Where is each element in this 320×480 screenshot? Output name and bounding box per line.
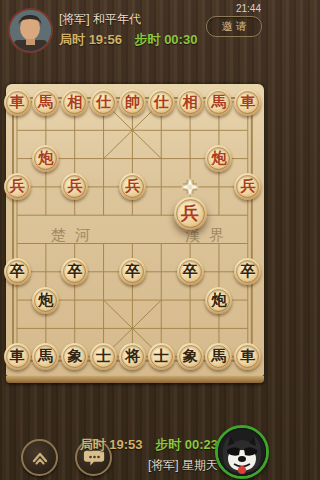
bottom-move-time-label: 步时 bbox=[155, 437, 181, 452]
piece-red-相[interactable]: 相 bbox=[61, 89, 88, 116]
last-move-marker bbox=[181, 178, 199, 196]
expand-button[interactable] bbox=[21, 439, 58, 476]
piece-character: 馬 bbox=[205, 89, 232, 116]
top-game-time: 19:56 bbox=[89, 32, 122, 47]
piece-character: 仕 bbox=[90, 89, 117, 116]
bottom-game-time-label: 局时 bbox=[80, 437, 106, 452]
piece-black-車[interactable]: 車 bbox=[4, 343, 31, 370]
piece-character: 車 bbox=[234, 89, 261, 116]
piece-character: 卒 bbox=[177, 258, 204, 285]
top-move-time: 00:30 bbox=[164, 32, 197, 47]
piece-character: 兵 bbox=[119, 173, 146, 200]
piece-black-士[interactable]: 士 bbox=[148, 343, 175, 370]
bottom-player-avatar[interactable] bbox=[215, 425, 269, 479]
top-avatar-photo bbox=[10, 10, 51, 51]
piece-red-炮[interactable]: 炮 bbox=[32, 145, 59, 172]
piece-red-仕[interactable]: 仕 bbox=[90, 89, 117, 116]
top-player-name: [将军] 和平年代 bbox=[59, 11, 141, 28]
piece-black-象[interactable]: 象 bbox=[177, 343, 204, 370]
piece-character: 帥 bbox=[119, 89, 146, 116]
piece-black-馬[interactable]: 馬 bbox=[205, 343, 232, 370]
piece-character: 炮 bbox=[32, 145, 59, 172]
piece-character: 炮 bbox=[205, 287, 232, 314]
piece-black-炮[interactable]: 炮 bbox=[205, 287, 232, 314]
piece-character: 卒 bbox=[119, 258, 146, 285]
piece-character: 象 bbox=[177, 343, 204, 370]
piece-character: 兵 bbox=[61, 173, 88, 200]
piece-character: 馬 bbox=[205, 343, 232, 370]
piece-character: 士 bbox=[148, 343, 175, 370]
board[interactable]: 楚河 漢界 車馬相仕帥仕相馬車炮炮兵兵兵兵兵卒卒卒卒卒炮炮車馬象士将士象馬車 bbox=[6, 84, 264, 376]
piece-character: 士 bbox=[90, 343, 117, 370]
piece-character: 卒 bbox=[234, 258, 261, 285]
bottom-player-info: 局时 19:53 步时 00:23 [将军] 星期天 bbox=[80, 436, 218, 474]
piece-red-馬[interactable]: 馬 bbox=[205, 89, 232, 116]
piece-black-卒[interactable]: 卒 bbox=[61, 258, 88, 285]
piece-red-馬[interactable]: 馬 bbox=[32, 89, 59, 116]
bottom-move-time: 00:23 bbox=[185, 437, 218, 452]
top-player-timers: 局时 19:56 步时 00:30 bbox=[59, 31, 197, 49]
chevron-up-icon bbox=[29, 447, 51, 469]
piece-black-炮[interactable]: 炮 bbox=[32, 287, 59, 314]
piece-red-車[interactable]: 車 bbox=[4, 89, 31, 116]
piece-black-車[interactable]: 車 bbox=[234, 343, 261, 370]
piece-character: 卒 bbox=[4, 258, 31, 285]
piece-character: 車 bbox=[4, 343, 31, 370]
bottom-game-time: 19:53 bbox=[109, 437, 142, 452]
piece-character: 象 bbox=[61, 343, 88, 370]
bottom-player-name: [将军] 星期天 bbox=[80, 457, 218, 474]
piece-character: 炮 bbox=[205, 145, 232, 172]
piece-black-象[interactable]: 象 bbox=[61, 343, 88, 370]
piece-red-兵[interactable]: 兵 bbox=[4, 173, 31, 200]
piece-black-卒[interactable]: 卒 bbox=[4, 258, 31, 285]
piece-character: 車 bbox=[4, 89, 31, 116]
piece-black-士[interactable]: 士 bbox=[90, 343, 117, 370]
board-front-edge bbox=[6, 376, 264, 383]
piece-character: 仕 bbox=[148, 89, 175, 116]
piece-red-仕[interactable]: 仕 bbox=[148, 89, 175, 116]
piece-black-将[interactable]: 将 bbox=[119, 343, 146, 370]
river-label-left: 楚河 bbox=[51, 226, 99, 245]
piece-character: 相 bbox=[61, 89, 88, 116]
system-clock: 21:44 bbox=[236, 3, 261, 14]
piece-red-帥[interactable]: 帥 bbox=[119, 89, 146, 116]
piece-black-卒[interactable]: 卒 bbox=[177, 258, 204, 285]
piece-character: 炮 bbox=[32, 287, 59, 314]
piece-red-兵[interactable]: 兵 bbox=[174, 197, 207, 230]
piece-black-卒[interactable]: 卒 bbox=[234, 258, 261, 285]
bottom-player-timers: 局时 19:53 步时 00:23 bbox=[80, 436, 218, 454]
piece-character: 馬 bbox=[32, 343, 59, 370]
piece-red-兵[interactable]: 兵 bbox=[119, 173, 146, 200]
piece-red-車[interactable]: 車 bbox=[234, 89, 261, 116]
top-game-time-label: 局时 bbox=[59, 32, 85, 47]
piece-black-馬[interactable]: 馬 bbox=[32, 343, 59, 370]
piece-character: 卒 bbox=[61, 258, 88, 285]
piece-character: 兵 bbox=[234, 173, 261, 200]
husky-avatar-image bbox=[218, 428, 266, 476]
piece-red-相[interactable]: 相 bbox=[177, 89, 204, 116]
piece-red-兵[interactable]: 兵 bbox=[234, 173, 261, 200]
piece-black-卒[interactable]: 卒 bbox=[119, 258, 146, 285]
piece-character: 兵 bbox=[174, 197, 207, 230]
piece-red-兵[interactable]: 兵 bbox=[61, 173, 88, 200]
top-move-time-label: 步时 bbox=[135, 32, 161, 47]
piece-character: 馬 bbox=[32, 89, 59, 116]
piece-red-炮[interactable]: 炮 bbox=[205, 145, 232, 172]
game-screen: [将军] 和平年代 局时 19:56 步时 00:30 21:44 邀请 楚河 … bbox=[0, 0, 270, 480]
piece-character: 将 bbox=[119, 343, 146, 370]
piece-character: 車 bbox=[234, 343, 261, 370]
piece-character: 相 bbox=[177, 89, 204, 116]
piece-character: 兵 bbox=[4, 173, 31, 200]
top-player-avatar[interactable] bbox=[8, 8, 53, 53]
invite-button[interactable]: 邀请 bbox=[206, 16, 262, 37]
